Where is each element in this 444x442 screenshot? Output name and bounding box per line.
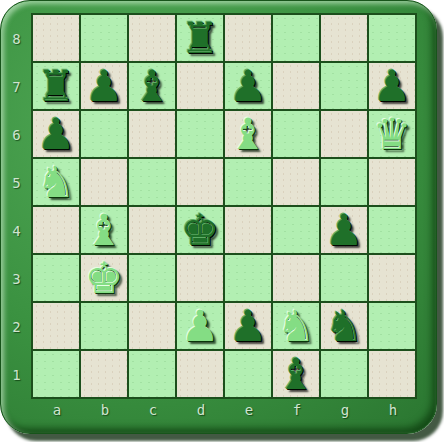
black-pawn[interactable]: ♟ [229, 63, 268, 109]
square-h4[interactable] [369, 207, 415, 253]
square-d1[interactable] [177, 351, 223, 397]
square-d3[interactable] [177, 255, 223, 301]
file-label-f: f [273, 397, 321, 423]
square-h3[interactable] [369, 255, 415, 301]
square-g4[interactable]: ♟ [321, 207, 367, 253]
square-a3[interactable] [33, 255, 79, 301]
black-king[interactable]: ♚ [181, 207, 220, 253]
black-rook[interactable]: ♜ [181, 15, 220, 61]
black-knight[interactable]: ♞ [325, 303, 364, 349]
square-b1[interactable] [81, 351, 127, 397]
square-f1[interactable]: ♝ [273, 351, 319, 397]
file-label-e: e [225, 397, 273, 423]
square-g3[interactable] [321, 255, 367, 301]
square-a2[interactable] [33, 303, 79, 349]
black-pawn[interactable]: ♟ [85, 63, 124, 109]
square-h5[interactable] [369, 159, 415, 205]
rank-label-6: 6 [5, 111, 28, 159]
square-b6[interactable] [81, 111, 127, 157]
white-bishop[interactable]: ♝ [229, 111, 268, 157]
rank-label-1: 1 [5, 351, 28, 399]
square-e1[interactable] [225, 351, 271, 397]
square-a8[interactable] [33, 15, 79, 61]
black-pawn[interactable]: ♟ [229, 303, 268, 349]
square-a5[interactable]: ♞ [33, 159, 79, 205]
chess-app: 87654321 abcdefgh ♜♜♟♝♟♟♟♝♛♞♝♚♟♚♟♟♞♞♝ [0, 0, 444, 442]
square-f5[interactable] [273, 159, 319, 205]
white-pawn[interactable]: ♟ [181, 303, 220, 349]
rank-label-4: 4 [5, 207, 28, 255]
file-label-a: a [33, 397, 81, 423]
square-a7[interactable]: ♜ [33, 63, 79, 109]
square-b5[interactable] [81, 159, 127, 205]
square-h7[interactable]: ♟ [369, 63, 415, 109]
square-e6[interactable]: ♝ [225, 111, 271, 157]
square-g5[interactable] [321, 159, 367, 205]
rank-label-7: 7 [5, 63, 28, 111]
square-f8[interactable] [273, 15, 319, 61]
square-g1[interactable] [321, 351, 367, 397]
rank-label-2: 2 [5, 303, 28, 351]
black-pawn[interactable]: ♟ [37, 111, 76, 157]
square-a6[interactable]: ♟ [33, 111, 79, 157]
square-f6[interactable] [273, 111, 319, 157]
file-label-c: c [129, 397, 177, 423]
square-b2[interactable] [81, 303, 127, 349]
black-bishop[interactable]: ♝ [277, 351, 316, 397]
square-c2[interactable] [129, 303, 175, 349]
black-pawn[interactable]: ♟ [325, 207, 364, 253]
square-h6[interactable]: ♛ [369, 111, 415, 157]
square-d4[interactable]: ♚ [177, 207, 223, 253]
white-king[interactable]: ♚ [85, 255, 124, 301]
square-f7[interactable] [273, 63, 319, 109]
square-e5[interactable] [225, 159, 271, 205]
square-d8[interactable]: ♜ [177, 15, 223, 61]
square-f4[interactable] [273, 207, 319, 253]
chess-board: ♜♜♟♝♟♟♟♝♛♞♝♚♟♚♟♟♞♞♝ [31, 13, 417, 399]
rank-labels: 87654321 [5, 15, 28, 399]
square-c4[interactable] [129, 207, 175, 253]
square-f3[interactable] [273, 255, 319, 301]
file-label-g: g [321, 397, 369, 423]
square-h2[interactable] [369, 303, 415, 349]
square-c5[interactable] [129, 159, 175, 205]
square-a4[interactable] [33, 207, 79, 253]
square-d7[interactable] [177, 63, 223, 109]
square-b8[interactable] [81, 15, 127, 61]
file-labels: abcdefgh [33, 397, 417, 423]
square-e8[interactable] [225, 15, 271, 61]
file-label-h: h [369, 397, 417, 423]
square-h8[interactable] [369, 15, 415, 61]
square-e4[interactable] [225, 207, 271, 253]
black-bishop[interactable]: ♝ [133, 63, 172, 109]
square-d6[interactable] [177, 111, 223, 157]
white-knight[interactable]: ♞ [277, 303, 316, 349]
square-c3[interactable] [129, 255, 175, 301]
rank-label-3: 3 [5, 255, 28, 303]
square-e7[interactable]: ♟ [225, 63, 271, 109]
rank-label-8: 8 [5, 15, 28, 63]
square-h1[interactable] [369, 351, 415, 397]
square-g7[interactable] [321, 63, 367, 109]
square-b4[interactable]: ♝ [81, 207, 127, 253]
file-label-d: d [177, 397, 225, 423]
square-g2[interactable]: ♞ [321, 303, 367, 349]
black-pawn[interactable]: ♟ [373, 63, 412, 109]
square-b7[interactable]: ♟ [81, 63, 127, 109]
square-c7[interactable]: ♝ [129, 63, 175, 109]
file-label-b: b [81, 397, 129, 423]
black-rook[interactable]: ♜ [37, 63, 76, 109]
square-c1[interactable] [129, 351, 175, 397]
square-g8[interactable] [321, 15, 367, 61]
square-a1[interactable] [33, 351, 79, 397]
square-b3[interactable]: ♚ [81, 255, 127, 301]
square-e2[interactable]: ♟ [225, 303, 271, 349]
square-c6[interactable] [129, 111, 175, 157]
white-bishop[interactable]: ♝ [85, 207, 124, 253]
rank-label-5: 5 [5, 159, 28, 207]
square-c8[interactable] [129, 15, 175, 61]
square-e3[interactable] [225, 255, 271, 301]
white-queen[interactable]: ♛ [373, 111, 412, 157]
square-d2[interactable]: ♟ [177, 303, 223, 349]
white-knight[interactable]: ♞ [37, 159, 76, 205]
square-g6[interactable] [321, 111, 367, 157]
square-f2[interactable]: ♞ [273, 303, 319, 349]
square-d5[interactable] [177, 159, 223, 205]
